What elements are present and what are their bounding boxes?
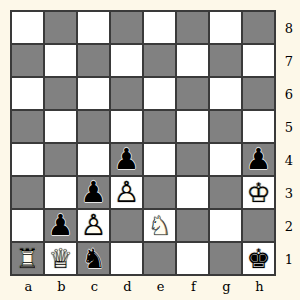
square-d6[interactable] bbox=[111, 78, 142, 109]
square-f6[interactable] bbox=[177, 78, 208, 109]
square-a5[interactable] bbox=[12, 111, 43, 142]
square-h8[interactable] bbox=[243, 12, 274, 43]
square-f3[interactable] bbox=[177, 177, 208, 208]
white-king-h3[interactable]: ♚♔ bbox=[243, 177, 274, 208]
knight-outline-icon: ♘ bbox=[144, 210, 175, 241]
rank-label-5: 5 bbox=[280, 111, 298, 144]
black-pawn-c3[interactable]: ♟ bbox=[78, 177, 109, 208]
square-f4[interactable] bbox=[177, 144, 208, 175]
square-h7[interactable] bbox=[243, 45, 274, 76]
square-b3[interactable] bbox=[45, 177, 76, 208]
square-c1[interactable]: ♞ bbox=[78, 243, 109, 274]
file-label-b: b bbox=[45, 277, 78, 297]
file-label-d: d bbox=[111, 277, 144, 297]
square-h4[interactable]: ♟ bbox=[243, 144, 274, 175]
square-c3[interactable]: ♟ bbox=[78, 177, 109, 208]
square-f7[interactable] bbox=[177, 45, 208, 76]
square-e2[interactable]: ♞♘ bbox=[144, 210, 175, 241]
square-g3[interactable] bbox=[210, 177, 241, 208]
square-b1[interactable]: ♛♕ bbox=[45, 243, 76, 274]
square-c7[interactable] bbox=[78, 45, 109, 76]
square-g7[interactable] bbox=[210, 45, 241, 76]
square-d8[interactable] bbox=[111, 12, 142, 43]
square-e7[interactable] bbox=[144, 45, 175, 76]
square-f2[interactable] bbox=[177, 210, 208, 241]
square-a4[interactable] bbox=[12, 144, 43, 175]
knight-icon: ♞ bbox=[78, 243, 109, 274]
square-d1[interactable] bbox=[111, 243, 142, 274]
rank-label-1: 1 bbox=[280, 243, 298, 276]
file-labels: abcdefgh bbox=[12, 277, 276, 297]
square-g5[interactable] bbox=[210, 111, 241, 142]
chess-board: ♟♟♟♟♙♚♔♟♟♙♞♘♜♖♛♕♞♚ bbox=[10, 10, 276, 276]
black-king-h1[interactable]: ♚ bbox=[243, 243, 274, 274]
square-g4[interactable] bbox=[210, 144, 241, 175]
square-e4[interactable] bbox=[144, 144, 175, 175]
rook-outline-icon: ♖ bbox=[12, 243, 43, 274]
pawn-icon: ♟ bbox=[45, 210, 76, 241]
pawn-icon: ♟ bbox=[78, 177, 109, 208]
square-a3[interactable] bbox=[12, 177, 43, 208]
file-label-g: g bbox=[210, 277, 243, 297]
square-f1[interactable] bbox=[177, 243, 208, 274]
square-b5[interactable] bbox=[45, 111, 76, 142]
square-b2[interactable]: ♟ bbox=[45, 210, 76, 241]
square-d5[interactable] bbox=[111, 111, 142, 142]
rank-label-2: 2 bbox=[280, 210, 298, 243]
square-b6[interactable] bbox=[45, 78, 76, 109]
square-g8[interactable] bbox=[210, 12, 241, 43]
square-d2[interactable] bbox=[111, 210, 142, 241]
square-g1[interactable] bbox=[210, 243, 241, 274]
pawn-outline-icon: ♙ bbox=[111, 177, 142, 208]
king-outline-icon: ♔ bbox=[243, 177, 274, 208]
square-c6[interactable] bbox=[78, 78, 109, 109]
black-knight-c1[interactable]: ♞ bbox=[78, 243, 109, 274]
king-icon: ♚ bbox=[243, 243, 274, 274]
square-a7[interactable] bbox=[12, 45, 43, 76]
square-f5[interactable] bbox=[177, 111, 208, 142]
square-a8[interactable] bbox=[12, 12, 43, 43]
square-a6[interactable] bbox=[12, 78, 43, 109]
chess-diagram: ♟♟♟♟♙♚♔♟♟♙♞♘♜♖♛♕♞♚ 87654321 abcdefgh bbox=[0, 0, 300, 300]
white-pawn-c2[interactable]: ♟♙ bbox=[78, 210, 109, 241]
square-h6[interactable] bbox=[243, 78, 274, 109]
rank-label-7: 7 bbox=[280, 45, 298, 78]
white-rook-a1[interactable]: ♜♖ bbox=[12, 243, 43, 274]
black-pawn-b2[interactable]: ♟ bbox=[45, 210, 76, 241]
square-g2[interactable] bbox=[210, 210, 241, 241]
square-e3[interactable] bbox=[144, 177, 175, 208]
white-pawn-d3[interactable]: ♟♙ bbox=[111, 177, 142, 208]
square-e1[interactable] bbox=[144, 243, 175, 274]
white-queen-b1[interactable]: ♛♕ bbox=[45, 243, 76, 274]
square-c8[interactable] bbox=[78, 12, 109, 43]
square-h3[interactable]: ♚♔ bbox=[243, 177, 274, 208]
file-label-c: c bbox=[78, 277, 111, 297]
pawn-icon: ♟ bbox=[243, 144, 274, 175]
square-e5[interactable] bbox=[144, 111, 175, 142]
file-label-a: a bbox=[12, 277, 45, 297]
queen-outline-icon: ♕ bbox=[45, 243, 76, 274]
rank-labels: 87654321 bbox=[280, 12, 298, 276]
square-a1[interactable]: ♜♖ bbox=[12, 243, 43, 274]
square-c4[interactable] bbox=[78, 144, 109, 175]
black-pawn-d4[interactable]: ♟ bbox=[111, 144, 142, 175]
square-a2[interactable] bbox=[12, 210, 43, 241]
square-f8[interactable] bbox=[177, 12, 208, 43]
black-pawn-h4[interactable]: ♟ bbox=[243, 144, 274, 175]
square-h1[interactable]: ♚ bbox=[243, 243, 274, 274]
square-c5[interactable] bbox=[78, 111, 109, 142]
white-knight-e2[interactable]: ♞♘ bbox=[144, 210, 175, 241]
square-h5[interactable] bbox=[243, 111, 274, 142]
square-b4[interactable] bbox=[45, 144, 76, 175]
file-label-f: f bbox=[177, 277, 210, 297]
rank-label-4: 4 bbox=[280, 144, 298, 177]
file-label-e: e bbox=[144, 277, 177, 297]
square-d4[interactable]: ♟ bbox=[111, 144, 142, 175]
square-d3[interactable]: ♟♙ bbox=[111, 177, 142, 208]
square-h2[interactable] bbox=[243, 210, 274, 241]
file-label-h: h bbox=[243, 277, 276, 297]
square-b8[interactable] bbox=[45, 12, 76, 43]
square-e6[interactable] bbox=[144, 78, 175, 109]
square-d7[interactable] bbox=[111, 45, 142, 76]
square-c2[interactable]: ♟♙ bbox=[78, 210, 109, 241]
square-e8[interactable] bbox=[144, 12, 175, 43]
square-g6[interactable] bbox=[210, 78, 241, 109]
rank-label-3: 3 bbox=[280, 177, 298, 210]
pawn-outline-icon: ♙ bbox=[78, 210, 109, 241]
pawn-icon: ♟ bbox=[111, 144, 142, 175]
rank-label-8: 8 bbox=[280, 12, 298, 45]
rank-label-6: 6 bbox=[280, 78, 298, 111]
square-b7[interactable] bbox=[45, 45, 76, 76]
